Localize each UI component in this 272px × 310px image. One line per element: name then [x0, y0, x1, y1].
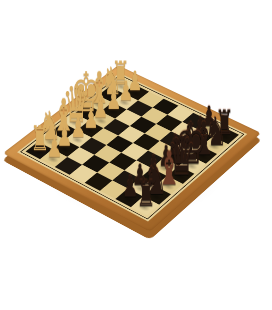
black-rook-icon: ♜ — [136, 175, 156, 211]
white-pawn-icon: ♟ — [47, 134, 63, 162]
white-pawn-icon: ♟ — [70, 114, 86, 142]
chess-set-photo: ♜♟♟♜♞♟♟♞♝♟♟♝♚♟♟♚♛♟♟♛♝♟♟♝♞♟♟♞♜♟♟♜ — [0, 0, 272, 310]
white-pawn-icon: ♟ — [106, 87, 121, 114]
